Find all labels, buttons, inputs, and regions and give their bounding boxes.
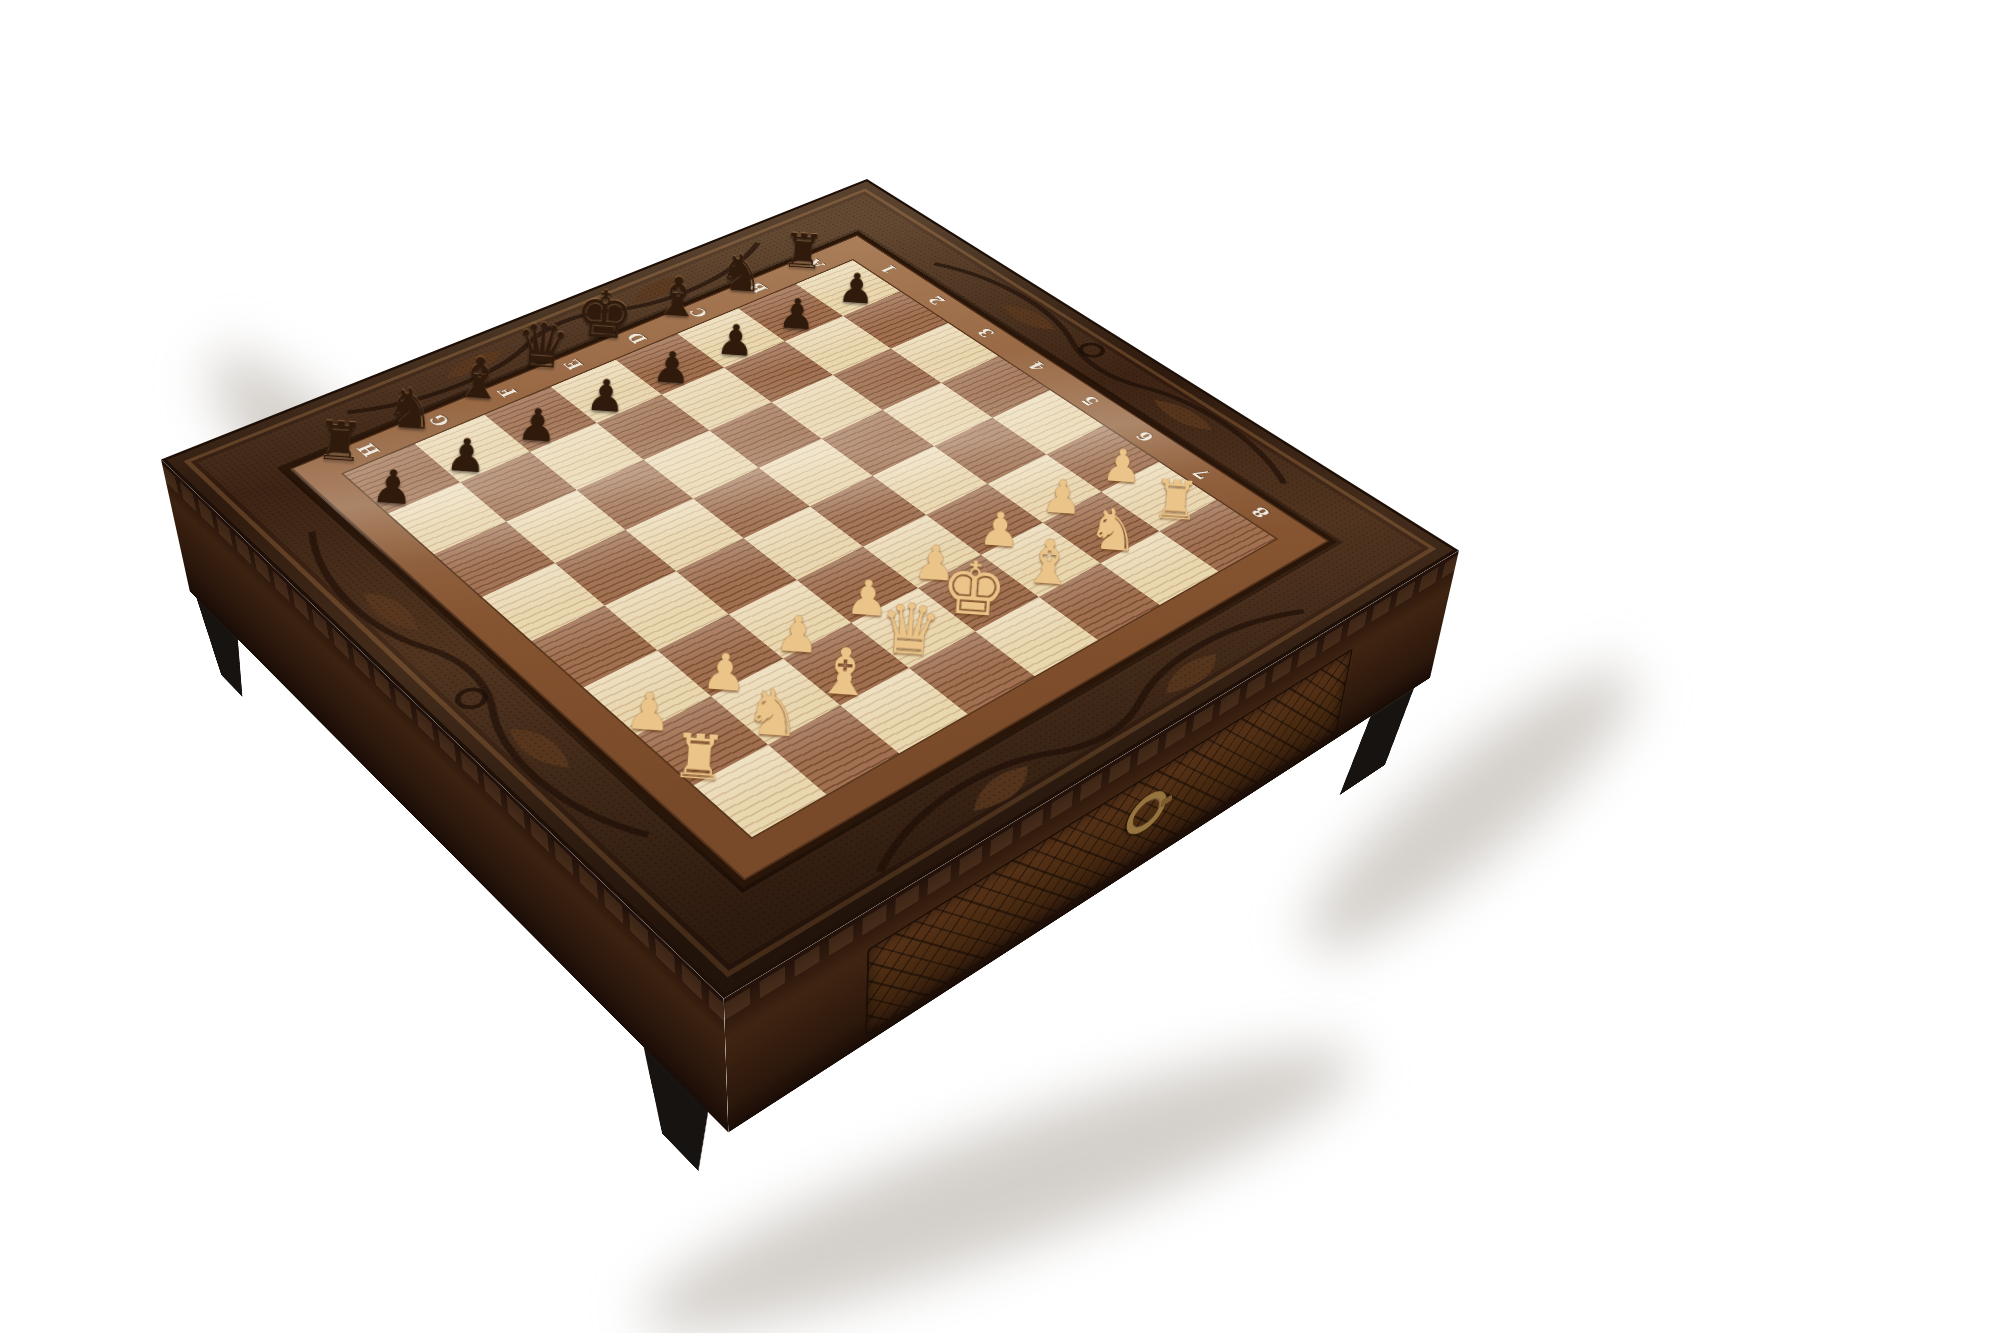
photo-stage: 12345678 ABCDEFGH ♜♞♝♚♛♝♞♜♟♟♟♟♟♟♟♟♟♟♟♟♟♟…	[0, 0, 2000, 1333]
light-pawn-b7[interactable]: ♟	[1040, 472, 1084, 521]
dark-pawn-h2[interactable]: ♟	[370, 462, 415, 511]
light-knight-g8[interactable]: ♞	[743, 679, 804, 746]
light-pawn-g7[interactable]: ♟	[700, 645, 749, 699]
light-rook-a8[interactable]: ♜	[1150, 472, 1201, 528]
scene: 12345678 ABCDEFGH ♜♞♝♚♛♝♞♜♟♟♟♟♟♟♟♟♟♟♟♟♟♟…	[0, 0, 2000, 1333]
light-king-d8[interactable]: ♚	[939, 550, 1010, 628]
light-knight-b8[interactable]: ♞	[1086, 500, 1141, 561]
drawer-ring-handle[interactable]	[1125, 783, 1169, 843]
box-foot	[196, 598, 251, 706]
chess-board-box: 12345678 ABCDEFGH ♜♞♝♚♛♝♞♜♟♟♟♟♟♟♟♟♟♟♟♟♟♟…	[161, 179, 1459, 999]
dark-rook-h1[interactable]: ♜	[315, 413, 366, 469]
light-rook-h8[interactable]: ♜	[670, 724, 729, 789]
box-foot	[1339, 688, 1414, 795]
light-pawn-f7[interactable]: ♟	[774, 608, 822, 660]
light-bishop-c8[interactable]: ♝	[1020, 530, 1078, 594]
light-bishop-f8[interactable]: ♝	[814, 638, 876, 706]
box-foot	[644, 1047, 712, 1184]
dark-knight-g1[interactable]: ♞	[384, 380, 437, 438]
dark-pawn-g2[interactable]: ♟	[444, 431, 488, 480]
light-pawn-h7[interactable]: ♟	[624, 684, 674, 739]
light-queen-e8[interactable]: ♛	[877, 592, 944, 666]
carved-scroll-ornament	[917, 247, 1318, 497]
